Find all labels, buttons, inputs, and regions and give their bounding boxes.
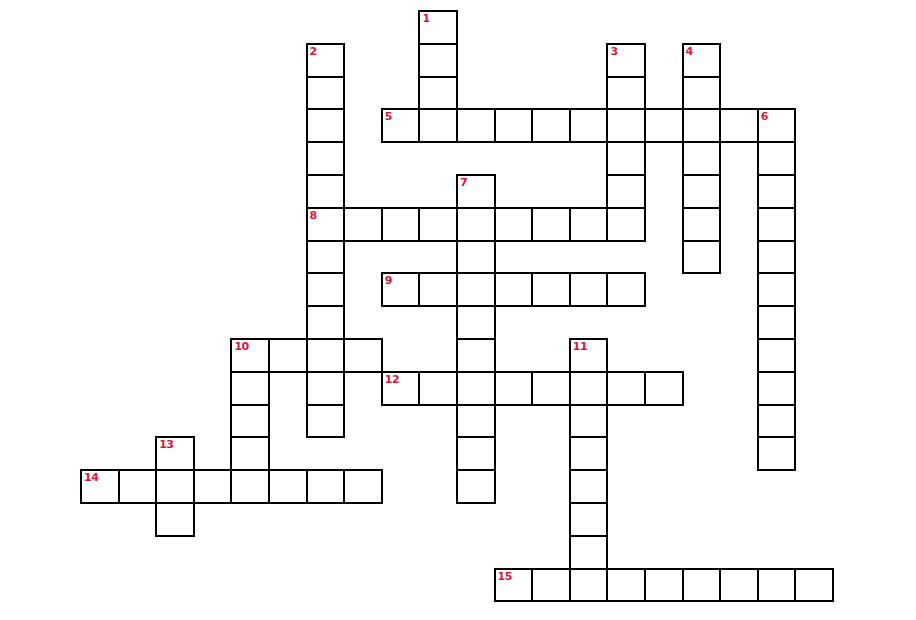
grid-cell[interactable] [569, 436, 609, 471]
grid-cell[interactable] [606, 272, 646, 307]
clue-number: 15 [498, 570, 512, 583]
grid-cell[interactable] [719, 568, 759, 603]
grid-cell[interactable] [757, 141, 797, 176]
grid-cell[interactable] [306, 469, 346, 504]
grid-cell[interactable] [682, 108, 722, 143]
grid-cell[interactable]: 14 [80, 469, 120, 504]
clue-number: 2 [310, 45, 317, 58]
grid-cell[interactable] [531, 108, 571, 143]
grid-cell[interactable] [682, 141, 722, 176]
grid-cell[interactable] [456, 240, 496, 275]
grid-cell[interactable] [569, 502, 609, 537]
grid-cell[interactable] [456, 207, 496, 242]
grid-cell[interactable] [757, 272, 797, 307]
grid-cell[interactable] [719, 108, 759, 143]
clue-number: 13 [159, 438, 173, 451]
grid-cell[interactable] [306, 272, 346, 307]
grid-cell[interactable] [606, 108, 646, 143]
grid-cell[interactable] [456, 108, 496, 143]
grid-cell[interactable] [456, 371, 496, 406]
grid-cell[interactable] [418, 108, 458, 143]
grid-cell[interactable] [155, 502, 195, 537]
grid-cell[interactable] [306, 108, 346, 143]
grid-cell[interactable] [343, 469, 383, 504]
grid-cell[interactable]: 11 [569, 338, 609, 373]
clue-number: 7 [460, 176, 467, 189]
clue-number: 4 [686, 45, 693, 58]
clue-number: 6 [761, 110, 768, 123]
grid-cell[interactable] [230, 436, 270, 471]
grid-cell[interactable] [757, 436, 797, 471]
grid-cell[interactable] [418, 371, 458, 406]
grid-cell[interactable] [306, 141, 346, 176]
grid-cell[interactable] [418, 272, 458, 307]
grid-cell[interactable] [494, 371, 534, 406]
grid-cell[interactable]: 5 [381, 108, 421, 143]
grid-cell[interactable] [606, 76, 646, 111]
grid-cell[interactable] [794, 568, 834, 603]
grid-cell[interactable] [644, 371, 684, 406]
grid-cell[interactable]: 1 [418, 10, 458, 45]
grid-cell[interactable] [757, 371, 797, 406]
grid-cell[interactable] [682, 174, 722, 209]
clue-number: 14 [84, 471, 98, 484]
grid-cell[interactable] [757, 338, 797, 373]
grid-cell[interactable] [569, 207, 609, 242]
grid-cell[interactable] [418, 76, 458, 111]
grid-cell[interactable]: 15 [494, 568, 534, 603]
grid-cell[interactable] [569, 404, 609, 439]
grid-cell[interactable] [682, 207, 722, 242]
grid-cell[interactable] [757, 568, 797, 603]
grid-cell[interactable]: 4 [682, 43, 722, 78]
clue-number: 10 [234, 340, 248, 353]
grid-cell[interactable] [268, 469, 308, 504]
grid-cell[interactable] [644, 108, 684, 143]
grid-cell[interactable] [381, 207, 421, 242]
grid-cell[interactable]: 10 [230, 338, 270, 373]
grid-cell[interactable] [757, 240, 797, 275]
grid-cell[interactable] [306, 240, 346, 275]
grid-cell[interactable] [569, 371, 609, 406]
grid-cell[interactable] [456, 436, 496, 471]
grid-cell[interactable] [569, 535, 609, 570]
grid-cell[interactable] [494, 207, 534, 242]
crossword-board: 123456789101112131415 [0, 0, 916, 620]
grid-cell[interactable] [456, 404, 496, 439]
grid-cell[interactable] [193, 469, 233, 504]
grid-cell[interactable] [569, 568, 609, 603]
grid-cell[interactable] [230, 469, 270, 504]
grid-cell[interactable] [306, 305, 346, 340]
grid-cell[interactable] [682, 76, 722, 111]
grid-cell[interactable] [606, 207, 646, 242]
clue-number: 1 [422, 12, 429, 25]
grid-cell[interactable]: 9 [381, 272, 421, 307]
grid-cell[interactable] [569, 108, 609, 143]
grid-cell[interactable] [531, 207, 571, 242]
grid-cell[interactable] [268, 338, 308, 373]
grid-cell[interactable] [343, 207, 383, 242]
grid-cell[interactable] [343, 338, 383, 373]
clue-number: 8 [310, 209, 317, 222]
grid-cell[interactable] [306, 371, 346, 406]
grid-cell[interactable]: 12 [381, 371, 421, 406]
grid-cell[interactable] [230, 371, 270, 406]
grid-cell[interactable] [606, 371, 646, 406]
grid-cell[interactable] [418, 43, 458, 78]
grid-cell[interactable] [531, 272, 571, 307]
grid-cell[interactable]: 3 [606, 43, 646, 78]
grid-cell[interactable] [230, 404, 270, 439]
grid-cell[interactable] [155, 469, 195, 504]
grid-cell[interactable] [682, 568, 722, 603]
grid-cell[interactable] [757, 174, 797, 209]
grid-cell[interactable] [306, 338, 346, 373]
clue-number: 3 [610, 45, 617, 58]
grid-cell[interactable] [456, 469, 496, 504]
grid-cell[interactable]: 2 [306, 43, 346, 78]
grid-cell[interactable] [757, 207, 797, 242]
grid-cell[interactable] [494, 272, 534, 307]
grid-cell[interactable] [306, 76, 346, 111]
clue-number: 11 [573, 340, 587, 353]
clue-number: 9 [385, 274, 392, 287]
grid-cell[interactable] [531, 568, 571, 603]
grid-cell[interactable] [569, 272, 609, 307]
grid-cell[interactable]: 13 [155, 436, 195, 471]
grid-cell[interactable] [118, 469, 158, 504]
grid-cell[interactable] [606, 568, 646, 603]
grid-cell[interactable] [456, 338, 496, 373]
grid-cell[interactable] [494, 108, 534, 143]
grid-cell[interactable] [644, 568, 684, 603]
grid-cell[interactable] [606, 141, 646, 176]
grid-cell[interactable] [418, 207, 458, 242]
grid-cell[interactable] [757, 404, 797, 439]
grid-cell[interactable] [306, 174, 346, 209]
grid-cell[interactable] [606, 174, 646, 209]
grid-cell[interactable] [306, 404, 346, 439]
grid-cell[interactable] [569, 469, 609, 504]
clue-number: 5 [385, 110, 392, 123]
grid-cell[interactable] [456, 305, 496, 340]
grid-cell[interactable]: 8 [306, 207, 346, 242]
grid-cell[interactable]: 7 [456, 174, 496, 209]
crossword-page: 123456789101112131415 [0, 0, 916, 620]
clue-number: 12 [385, 373, 399, 386]
grid-cell[interactable] [456, 272, 496, 307]
grid-cell[interactable] [531, 371, 571, 406]
grid-cell[interactable]: 6 [757, 108, 797, 143]
grid-cell[interactable] [682, 240, 722, 275]
grid-cell[interactable] [757, 305, 797, 340]
